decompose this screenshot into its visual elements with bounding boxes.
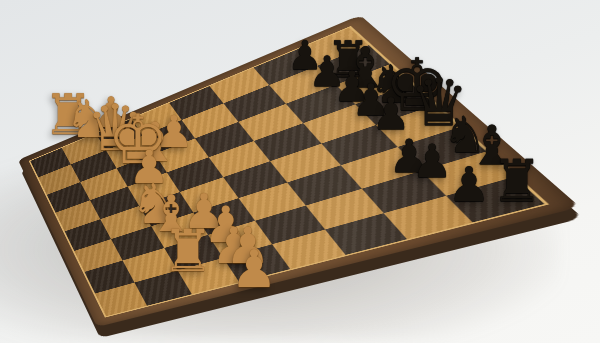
black-pawn[interactable]: ♟	[447, 160, 490, 208]
white-pawn[interactable]: ♟	[231, 243, 278, 295]
black-rook[interactable]: ♜	[491, 152, 543, 210]
black-pawn[interactable]: ♟	[411, 138, 452, 184]
chess-set-photo: ♜♞♟♛♚♝♟♟♞♝♜♟♟♟♟♟♟♟♜♝♟♟♞♚♛♟♟♞♝♟♟♜	[0, 0, 600, 343]
white-rook[interactable]: ♜	[162, 222, 214, 280]
